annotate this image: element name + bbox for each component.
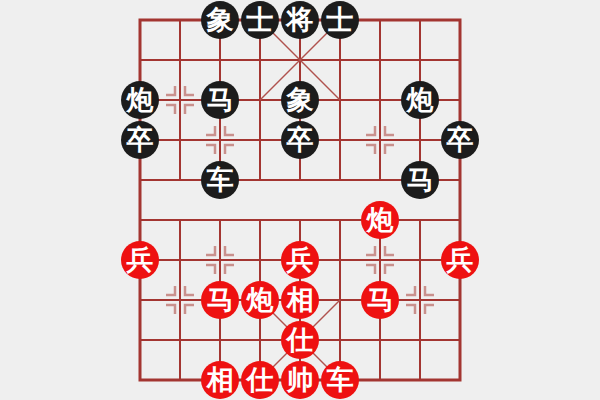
piece-red-horse[interactable]: 马 <box>361 281 399 319</box>
piece-red-chariot[interactable]: 车 <box>321 361 359 399</box>
xiangqi-board-screenshot: 象士将士炮马象炮卒卒卒车马炮兵兵兵马炮相马仕相仕帅车 <box>0 0 600 400</box>
piece-black-cannon[interactable]: 炮 <box>121 81 159 119</box>
piece-black-horse[interactable]: 马 <box>401 161 439 199</box>
piece-black-soldier[interactable]: 卒 <box>441 121 479 159</box>
piece-black-elephant[interactable]: 象 <box>201 1 239 39</box>
piece-red-horse[interactable]: 马 <box>201 281 239 319</box>
piece-black-advisor[interactable]: 士 <box>321 1 359 39</box>
piece-red-advisor[interactable]: 仕 <box>281 321 319 359</box>
piece-red-advisor[interactable]: 仕 <box>241 361 279 399</box>
piece-black-cannon[interactable]: 炮 <box>401 81 439 119</box>
piece-black-chariot[interactable]: 车 <box>201 161 239 199</box>
piece-red-cannon[interactable]: 炮 <box>361 201 399 239</box>
piece-black-horse[interactable]: 马 <box>201 81 239 119</box>
piece-red-cannon[interactable]: 炮 <box>241 281 279 319</box>
piece-black-soldier[interactable]: 卒 <box>121 121 159 159</box>
piece-red-soldier[interactable]: 兵 <box>121 241 159 279</box>
piece-black-soldier[interactable]: 卒 <box>281 121 319 159</box>
piece-red-general[interactable]: 帅 <box>281 361 319 399</box>
piece-red-soldier[interactable]: 兵 <box>281 241 319 279</box>
xiangqi-board[interactable]: 象士将士炮马象炮卒卒卒车马炮兵兵兵马炮相马仕相仕帅车 <box>120 0 480 400</box>
piece-red-elephant[interactable]: 相 <box>201 361 239 399</box>
piece-black-elephant[interactable]: 象 <box>281 81 319 119</box>
piece-red-elephant[interactable]: 相 <box>281 281 319 319</box>
piece-black-advisor[interactable]: 士 <box>241 1 279 39</box>
piece-black-general[interactable]: 将 <box>281 1 319 39</box>
piece-red-soldier[interactable]: 兵 <box>441 241 479 279</box>
